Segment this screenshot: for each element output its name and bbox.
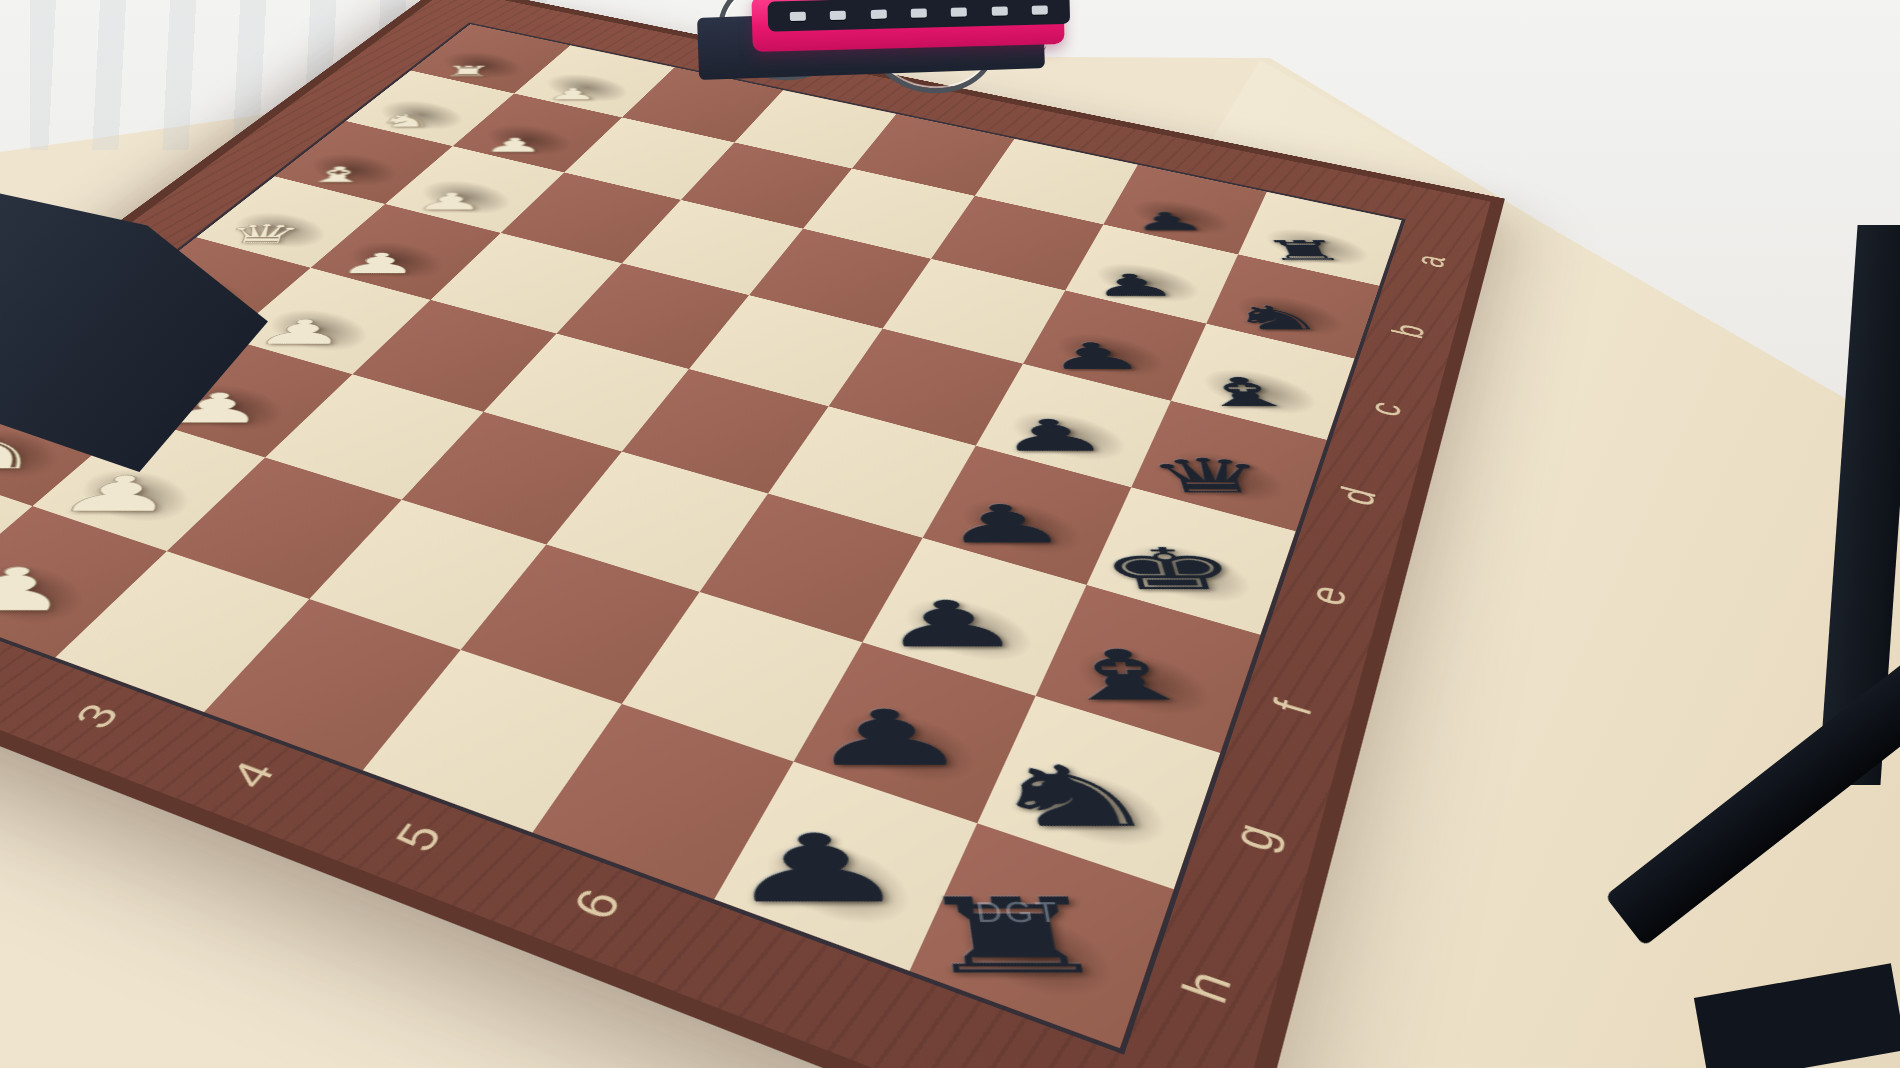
square-g3[interactable] xyxy=(167,457,402,599)
clock-button-4[interactable] xyxy=(911,8,927,17)
rank-label-5: 5 xyxy=(378,808,459,868)
clock-button-3[interactable] xyxy=(870,9,886,18)
piece-shadow xyxy=(890,586,1045,675)
square-f3[interactable] xyxy=(265,374,483,499)
piece-black-bishop-f8[interactable]: ♝ xyxy=(1037,570,1266,749)
black-pawn-icon: ♟ xyxy=(1039,335,1152,378)
white-pawn-icon: ♟ xyxy=(334,247,425,280)
rank-label-6: 6 xyxy=(556,873,638,937)
clock-button-7[interactable] xyxy=(1031,5,1047,14)
piece-shadow xyxy=(824,697,991,799)
clock-button-5[interactable] xyxy=(951,7,967,16)
square-h6[interactable] xyxy=(532,704,793,899)
clock-button-1[interactable] xyxy=(790,11,806,20)
black-queen-icon: ♛ xyxy=(1140,449,1280,504)
black-pawn-icon: ♟ xyxy=(721,815,918,925)
square-e8[interactable]: ♚ xyxy=(1087,487,1296,635)
piece-shadow xyxy=(1064,636,1223,731)
white-pawn-icon: ♟ xyxy=(411,188,489,215)
white-rook-icon: ♜ xyxy=(441,63,494,80)
black-pawn-icon: ♟ xyxy=(872,587,1031,662)
piece-black-pawn-e7[interactable]: ♟ xyxy=(924,442,1133,582)
white-bishop-icon: ♝ xyxy=(301,162,375,187)
square-f7[interactable]: ♟ xyxy=(862,538,1086,696)
square-g5[interactable] xyxy=(461,544,700,703)
black-king-icon: ♚ xyxy=(1091,536,1248,603)
black-pawn-icon: ♟ xyxy=(801,694,978,784)
square-h1[interactable]: ♜ xyxy=(0,463,32,606)
square-g4[interactable] xyxy=(309,500,546,650)
piece-black-pawn-f7[interactable]: ♟ xyxy=(864,527,1091,692)
board-grid: ♜♟♟♜♞♟♟♞♝♟♟♝♛♟♟♛♚♟♟♚♝♟♟♝♞♟♟♞♜♟♟♜ xyxy=(0,24,1402,1048)
black-bishop-icon: ♝ xyxy=(1037,635,1214,717)
rank-label-3: 3 xyxy=(57,690,136,742)
black-knight-icon: ♞ xyxy=(976,748,1173,847)
square-f5[interactable] xyxy=(546,452,768,592)
piece-shadow xyxy=(1000,402,1136,472)
piece-black-knight-g8[interactable]: ♞ xyxy=(979,672,1229,885)
square-h2[interactable]: ♟ xyxy=(0,506,167,657)
file-label-e: e xyxy=(1297,573,1358,618)
chess-clock[interactable] xyxy=(751,0,1064,52)
clock-button-strip xyxy=(767,0,1070,32)
file-label-g: g xyxy=(1218,807,1289,867)
rank-label-4: 4 xyxy=(212,747,292,803)
file-label-f: f xyxy=(1260,682,1326,734)
piece-white-pawn-h2[interactable]: ♟ xyxy=(0,499,174,654)
file-label-b: b xyxy=(1384,315,1435,347)
clock-button-6[interactable] xyxy=(991,6,1007,15)
square-f8[interactable]: ♝ xyxy=(1036,585,1261,753)
clock-button-2[interactable] xyxy=(830,10,846,19)
piece-shadow xyxy=(1194,359,1325,425)
piece-shadow xyxy=(1155,441,1294,515)
square-g6[interactable] xyxy=(622,592,863,762)
piece-shadow xyxy=(942,891,1127,1019)
black-bishop-icon: ♝ xyxy=(1182,369,1307,416)
piece-white-rook-h1[interactable]: ♜ xyxy=(0,459,38,603)
square-e6[interactable] xyxy=(768,406,976,538)
square-g7[interactable]: ♟ xyxy=(794,642,1036,823)
piece-shadow xyxy=(747,825,927,944)
piece-shadow xyxy=(1112,532,1260,615)
white-knight-icon: ♞ xyxy=(374,111,437,131)
white-queen-icon: ♛ xyxy=(220,219,308,249)
white-pawn-icon: ♟ xyxy=(545,85,600,103)
square-h7[interactable]: ♟ xyxy=(714,762,977,971)
square-h4[interactable] xyxy=(204,599,461,770)
white-pawn-icon: ♟ xyxy=(0,556,93,625)
piece-black-king-e8[interactable]: ♚ xyxy=(1088,481,1298,632)
black-pawn-icon: ♟ xyxy=(934,494,1076,556)
square-e5[interactable] xyxy=(622,369,829,494)
piece-shadow xyxy=(0,552,105,638)
piece-black-queen-d8[interactable]: ♛ xyxy=(1132,401,1326,528)
white-pawn-icon: ♟ xyxy=(481,134,547,157)
square-g8[interactable]: ♞ xyxy=(977,696,1220,889)
file-label-d: d xyxy=(1329,477,1386,517)
square-d8[interactable]: ♛ xyxy=(1131,401,1327,531)
square-d7[interactable]: ♟ xyxy=(976,364,1171,488)
piece-shadow xyxy=(948,488,1093,567)
white-pawn-icon: ♟ xyxy=(45,466,190,523)
square-h3[interactable] xyxy=(55,551,309,712)
square-f6[interactable] xyxy=(700,494,923,643)
piece-black-pawn-g7[interactable]: ♟ xyxy=(796,624,1045,820)
file-label-c: c xyxy=(1358,391,1412,426)
piece-shadow xyxy=(1007,754,1178,864)
file-label-a: a xyxy=(1407,247,1455,276)
square-h5[interactable] xyxy=(363,650,622,833)
square-h8[interactable]: ♜ xyxy=(910,823,1174,1048)
square-f4[interactable] xyxy=(402,412,622,545)
square-e7[interactable]: ♟ xyxy=(923,446,1132,585)
file-label-h: h xyxy=(1169,952,1247,1022)
piece-black-pawn-d7[interactable]: ♟ xyxy=(977,366,1170,485)
black-pawn-icon: ♟ xyxy=(990,410,1116,461)
chess-board: ♜♟♟♜♞♟♟♞♝♟♟♝♛♟♟♛♚♟♟♚♝♟♟♝♞♟♟♞♜♟♟♜ abcdefg… xyxy=(0,0,1505,1068)
piece-black-pawn-h7[interactable]: ♟ xyxy=(717,731,993,966)
